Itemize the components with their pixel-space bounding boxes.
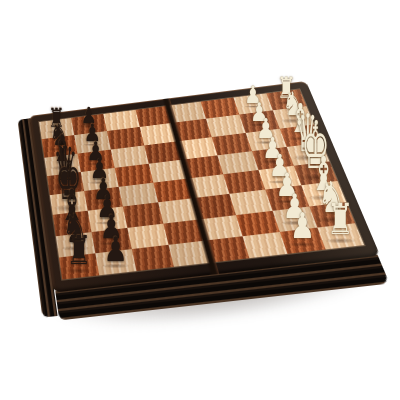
piece-black-r[interactable]: ♜ xyxy=(66,231,91,271)
piece-white-r[interactable]: ♜ xyxy=(327,198,354,241)
piece-black-p[interactable]: ♟ xyxy=(103,232,127,266)
black-p-glyph: ♟ xyxy=(103,232,127,266)
white-r-glyph: ♜ xyxy=(327,198,354,241)
pieces-layer: ♜♞♝♛♚♝♞♜♟♟♟♟♟♟♟♟♟♟♟♟♟♟♟♟♜♞♝♛♚♝♞♜ xyxy=(0,0,400,400)
white-p-glyph: ♟ xyxy=(290,209,315,245)
piece-white-p[interactable]: ♟ xyxy=(290,209,315,245)
chess-set-photo: ♜♞♝♛♚♝♞♜♟♟♟♟♟♟♟♟♟♟♟♟♟♟♟♟♜♞♝♛♚♝♞♜ xyxy=(0,0,400,400)
black-r-glyph: ♜ xyxy=(66,231,91,271)
